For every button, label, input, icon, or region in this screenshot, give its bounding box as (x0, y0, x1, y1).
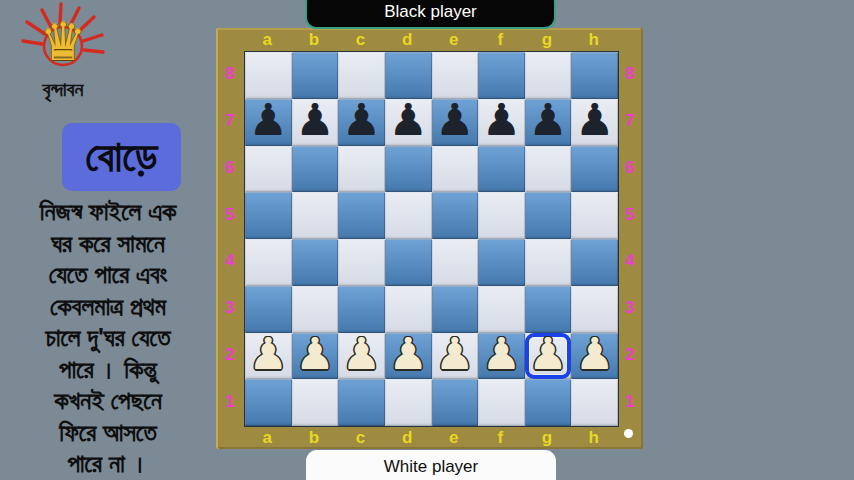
rank-label-6: 6 (617, 145, 643, 192)
file-label-a: a (244, 428, 291, 448)
black-pawn[interactable]: ♟ (295, 98, 334, 142)
square-f7[interactable]: ♟ (478, 99, 525, 146)
square-e3[interactable] (432, 286, 479, 333)
square-d2[interactable]: ♟ (385, 333, 432, 380)
file-label-b: b (291, 428, 338, 448)
square-f3[interactable] (478, 286, 525, 333)
square-d8[interactable] (385, 52, 432, 99)
square-e4[interactable] (432, 239, 479, 286)
white-pawn[interactable]: ♟ (482, 332, 521, 376)
file-label-e: e (431, 30, 478, 50)
file-label-h: h (570, 428, 617, 448)
square-b8[interactable] (292, 52, 339, 99)
file-label-d: d (384, 30, 431, 50)
file-label-g: g (524, 30, 571, 50)
white-player-banner: White player (306, 450, 556, 480)
square-e7[interactable]: ♟ (432, 99, 479, 146)
file-label-c: c (337, 428, 384, 448)
app-logo: ♛ বৃন্দাবন (8, 0, 118, 106)
chess-board-frame: abcdefgh abcdefgh 87654321 87654321 ♟♟♟♟… (216, 28, 643, 449)
white-pawn[interactable]: ♟ (342, 332, 381, 376)
rank-label-2: 2 (216, 332, 244, 379)
file-label-b: b (291, 30, 338, 50)
square-g4[interactable] (525, 239, 572, 286)
rank-labels-left: 87654321 (216, 51, 244, 425)
file-labels-bottom: abcdefgh (244, 428, 617, 448)
square-a6[interactable] (245, 146, 292, 193)
square-c2[interactable]: ♟ (338, 333, 385, 380)
black-pawn[interactable]: ♟ (249, 98, 288, 142)
rank-label-6: 6 (216, 145, 244, 192)
description-line: ঘর করে সামনে (2, 228, 214, 260)
file-label-h: h (570, 30, 617, 50)
queen-icon: ♛ (8, 16, 118, 68)
square-c8[interactable] (338, 52, 385, 99)
description-line: চালে দু'ঘর যেতে (2, 322, 214, 354)
file-label-d: d (384, 428, 431, 448)
description-line: কেবলমাত্র প্রথম (2, 291, 214, 323)
rank-label-2: 2 (617, 332, 643, 379)
description-line: ফিরে আসতে (2, 417, 214, 449)
square-g1[interactable] (525, 379, 572, 426)
square-h6[interactable] (571, 146, 618, 193)
square-g7[interactable]: ♟ (525, 99, 572, 146)
square-d4[interactable] (385, 239, 432, 286)
rank-label-5: 5 (216, 191, 244, 238)
square-g6[interactable] (525, 146, 572, 193)
rank-label-8: 8 (216, 51, 244, 98)
brand-text: বৃন্দাবন (8, 78, 118, 101)
lesson-title: বোড়ে (86, 133, 158, 181)
square-e1[interactable] (432, 379, 479, 426)
file-label-c: c (337, 30, 384, 50)
lesson-description: নিজস্ব ফাইলে একঘর করে সামনেযেতে পারে এবং… (2, 196, 214, 480)
square-h4[interactable] (571, 239, 618, 286)
black-pawn[interactable]: ♟ (482, 98, 521, 142)
square-a4[interactable] (245, 239, 292, 286)
rank-label-7: 7 (216, 98, 244, 145)
rank-label-4: 4 (216, 238, 244, 285)
file-label-g: g (524, 428, 571, 448)
square-g5[interactable] (525, 192, 572, 239)
rank-label-5: 5 (617, 191, 643, 238)
square-g8[interactable] (525, 52, 572, 99)
square-h2[interactable]: ♟ (571, 333, 618, 380)
square-c1[interactable] (338, 379, 385, 426)
move-indicator-dot (624, 429, 633, 438)
rank-label-7: 7 (617, 98, 643, 145)
black-pawn[interactable]: ♟ (575, 98, 614, 142)
square-c6[interactable] (338, 146, 385, 193)
file-label-f: f (477, 30, 524, 50)
square-b6[interactable] (292, 146, 339, 193)
square-d6[interactable] (385, 146, 432, 193)
rank-label-1: 1 (617, 378, 643, 425)
square-h3[interactable] (571, 286, 618, 333)
square-f4[interactable] (478, 239, 525, 286)
description-line: পারে না । (2, 448, 214, 480)
square-c7[interactable]: ♟ (338, 99, 385, 146)
square-h5[interactable] (571, 192, 618, 239)
square-e8[interactable] (432, 52, 479, 99)
description-line: কখনই পেছনে (2, 385, 214, 417)
square-c5[interactable] (338, 192, 385, 239)
square-b2[interactable]: ♟ (292, 333, 339, 380)
rank-label-3: 3 (617, 285, 643, 332)
black-pawn[interactable]: ♟ (388, 98, 427, 142)
square-c3[interactable] (338, 286, 385, 333)
lesson-title-badge: বোড়ে (62, 123, 181, 191)
square-g2[interactable]: ♟ (525, 333, 572, 380)
square-d5[interactable] (385, 192, 432, 239)
black-pawn[interactable]: ♟ (528, 98, 567, 142)
square-e2[interactable]: ♟ (432, 333, 479, 380)
square-e5[interactable] (432, 192, 479, 239)
file-label-f: f (477, 428, 524, 448)
white-player-label: White player (384, 457, 478, 477)
square-h7[interactable]: ♟ (571, 99, 618, 146)
rank-label-8: 8 (617, 51, 643, 98)
square-b1[interactable] (292, 379, 339, 426)
white-pawn[interactable]: ♟ (249, 332, 288, 376)
file-label-e: e (431, 428, 478, 448)
square-f2[interactable]: ♟ (478, 333, 525, 380)
square-f6[interactable] (478, 146, 525, 193)
square-c4[interactable] (338, 239, 385, 286)
square-b3[interactable] (292, 286, 339, 333)
square-h1[interactable] (571, 379, 618, 426)
square-d7[interactable]: ♟ (385, 99, 432, 146)
description-line: পারে । কিন্তু (2, 354, 214, 386)
square-d3[interactable] (385, 286, 432, 333)
square-f5[interactable] (478, 192, 525, 239)
square-b7[interactable]: ♟ (292, 99, 339, 146)
white-pawn[interactable]: ♟ (528, 332, 567, 376)
rank-label-1: 1 (216, 378, 244, 425)
description-line: নিজস্ব ফাইলে এক (2, 196, 214, 228)
black-player-banner: Black player (305, 0, 556, 29)
square-a2[interactable]: ♟ (245, 333, 292, 380)
file-label-a: a (244, 30, 291, 50)
white-pawn[interactable]: ♟ (575, 332, 614, 376)
square-a7[interactable]: ♟ (245, 99, 292, 146)
white-pawn[interactable]: ♟ (388, 332, 427, 376)
square-h8[interactable] (571, 52, 618, 99)
square-a3[interactable] (245, 286, 292, 333)
square-b4[interactable] (292, 239, 339, 286)
square-b5[interactable] (292, 192, 339, 239)
square-e6[interactable] (432, 146, 479, 193)
square-a5[interactable] (245, 192, 292, 239)
square-a1[interactable] (245, 379, 292, 426)
description-line: যেতে পারে এবং (2, 259, 214, 291)
rank-label-4: 4 (617, 238, 643, 285)
black-pawn[interactable]: ♟ (435, 98, 474, 142)
board-squares: ♟♟♟♟♟♟♟♟♟♟♟♟♟♟♟♟ (244, 51, 619, 427)
rank-labels-right: 87654321 (617, 51, 643, 425)
square-d1[interactable] (385, 379, 432, 426)
black-pawn[interactable]: ♟ (342, 98, 381, 142)
square-f8[interactable] (478, 52, 525, 99)
black-player-label: Black player (384, 2, 477, 22)
white-pawn[interactable]: ♟ (435, 332, 474, 376)
white-pawn[interactable]: ♟ (295, 332, 334, 376)
square-a8[interactable] (245, 52, 292, 99)
square-f1[interactable] (478, 379, 525, 426)
square-g3[interactable] (525, 286, 572, 333)
rank-label-3: 3 (216, 285, 244, 332)
file-labels-top: abcdefgh (244, 30, 617, 50)
